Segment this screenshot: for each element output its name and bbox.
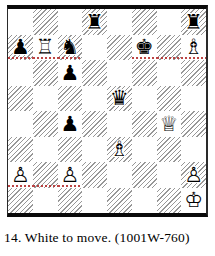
- square-d8: ♜: [82, 9, 107, 35]
- square-f8: [132, 9, 157, 35]
- square-c1: [58, 188, 83, 214]
- square-f2: [132, 162, 157, 188]
- square-e8: [107, 9, 132, 35]
- square-h3: [181, 137, 206, 163]
- square-b1: [33, 188, 58, 214]
- white-bishop-h7: ♝♗: [181, 35, 206, 61]
- square-d2: [82, 162, 107, 188]
- square-g8: [157, 9, 182, 35]
- square-a1: [8, 188, 33, 214]
- square-d4: [82, 111, 107, 137]
- square-h2: ♟♙: [181, 162, 206, 188]
- square-g6: [157, 60, 182, 86]
- square-d6: [82, 60, 107, 86]
- square-c7: ♞: [58, 35, 83, 61]
- square-b6: [33, 60, 58, 86]
- square-d7: [82, 35, 107, 61]
- square-h5: [181, 86, 206, 112]
- black-king-f7: ♚: [132, 35, 157, 61]
- black-pawn-c4: ♟: [58, 111, 83, 137]
- black-pawn-a7: ♟: [8, 35, 33, 61]
- square-c3: [58, 137, 83, 163]
- square-b2: [33, 162, 58, 188]
- square-e1: [107, 188, 132, 214]
- square-b5: [33, 86, 58, 112]
- square-c5: [58, 86, 83, 112]
- caption: 14. White to move. (1001W-760): [4, 230, 215, 246]
- square-g4: ♛♕: [157, 111, 182, 137]
- square-h1: ♚♔: [181, 188, 206, 214]
- square-g5: [157, 86, 182, 112]
- square-g1: [157, 188, 182, 214]
- square-b4: [33, 111, 58, 137]
- black-pawn-c6: ♟: [58, 60, 83, 86]
- square-g3: [157, 137, 182, 163]
- white-pawn-c2: ♟♙: [58, 162, 83, 188]
- square-h7: ♝♗: [181, 35, 206, 61]
- square-g7: [157, 35, 182, 61]
- chess-diagram: ♜♜♟♜♖♞♚♝♗♟♛♟♛♕♝♗♟♙♟♙♟♙♚♔ 14. White to mo…: [0, 5, 215, 256]
- white-king-h1: ♚♔: [181, 188, 206, 214]
- square-a4: [8, 111, 33, 137]
- white-bishop-e3: ♝♗: [107, 137, 132, 163]
- white-pawn-a2: ♟♙: [8, 162, 33, 188]
- square-a7: ♟: [8, 35, 33, 61]
- square-d3: [82, 137, 107, 163]
- square-e3: ♝♗: [107, 137, 132, 163]
- board: ♜♜♟♜♖♞♚♝♗♟♛♟♛♕♝♗♟♙♟♙♟♙♚♔: [7, 5, 208, 217]
- square-f7: ♚: [132, 35, 157, 61]
- square-b3: [33, 137, 58, 163]
- square-f6: [132, 60, 157, 86]
- square-h8: ♜: [181, 9, 206, 35]
- white-queen-g4: ♛♕: [157, 111, 182, 137]
- square-f5: [132, 86, 157, 112]
- square-c8: [58, 9, 83, 35]
- square-d5: [82, 86, 107, 112]
- square-e4: [107, 111, 132, 137]
- square-f4: [132, 111, 157, 137]
- square-h4: [181, 111, 206, 137]
- square-a8: [8, 9, 33, 35]
- black-rook-h8: ♜: [181, 9, 206, 35]
- square-b8: [33, 9, 58, 35]
- square-h6: [181, 60, 206, 86]
- square-e2: [107, 162, 132, 188]
- square-a6: [8, 60, 33, 86]
- square-g2: [157, 162, 182, 188]
- square-b7: ♜♖: [33, 35, 58, 61]
- square-f1: [132, 188, 157, 214]
- red-scan-artifact: [157, 57, 182, 59]
- square-a5: [8, 86, 33, 112]
- square-c6: ♟: [58, 60, 83, 86]
- square-c4: ♟: [58, 111, 83, 137]
- square-d1: [82, 188, 107, 214]
- square-e7: [107, 35, 132, 61]
- black-knight-c7: ♞: [58, 35, 83, 61]
- square-f3: [132, 137, 157, 163]
- white-rook-b7: ♜♖: [33, 35, 58, 61]
- square-e6: [107, 60, 132, 86]
- square-c2: ♟♙: [58, 162, 83, 188]
- square-a3: [8, 137, 33, 163]
- red-scan-artifact: [33, 185, 58, 187]
- white-pawn-h2: ♟♙: [181, 162, 206, 188]
- black-rook-d8: ♜: [82, 9, 107, 35]
- square-a2: ♟♙: [8, 162, 33, 188]
- black-queen-e5: ♛: [107, 86, 132, 112]
- square-e5: ♛: [107, 86, 132, 112]
